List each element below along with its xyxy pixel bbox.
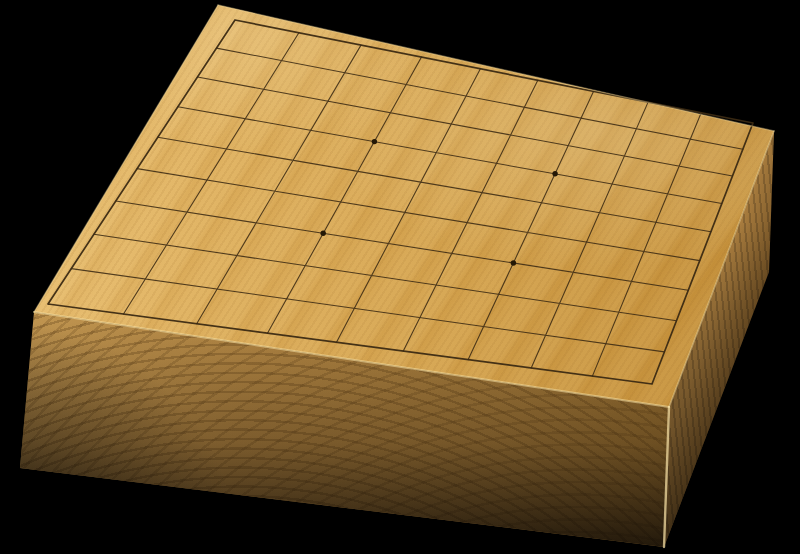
edge-highlight bbox=[34, 5, 218, 312]
star-points bbox=[321, 139, 558, 266]
edge-highlight bbox=[34, 312, 669, 407]
edge-highlight bbox=[669, 131, 774, 407]
edge-highlight bbox=[218, 5, 774, 131]
star-point bbox=[321, 231, 326, 236]
edge-highlights bbox=[34, 5, 774, 547]
star-point bbox=[552, 171, 557, 176]
edge-highlight bbox=[664, 407, 669, 547]
star-point bbox=[372, 139, 377, 144]
board-photo bbox=[0, 0, 800, 554]
star-point bbox=[511, 260, 516, 265]
grid-overlay bbox=[0, 0, 800, 554]
